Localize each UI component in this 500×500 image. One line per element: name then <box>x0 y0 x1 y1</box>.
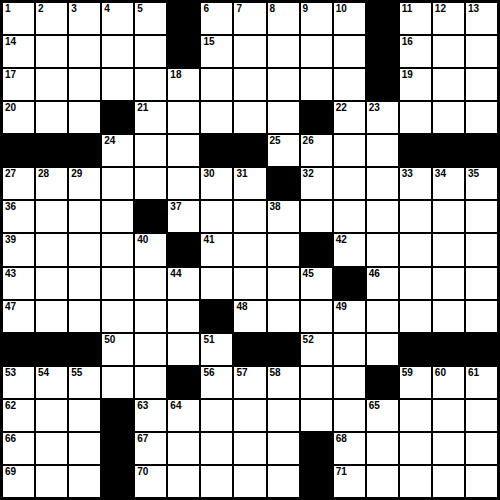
white-cell[interactable]: 6 <box>201 3 232 34</box>
white-cell[interactable] <box>135 334 166 365</box>
white-cell[interactable]: 65 <box>367 400 398 431</box>
white-cell[interactable] <box>433 301 464 332</box>
black-cell <box>168 367 199 398</box>
clue-number: 43 <box>5 268 16 280</box>
white-cell[interactable] <box>234 268 265 299</box>
clue-number: 12 <box>435 3 446 15</box>
white-cell[interactable]: 29 <box>69 168 100 199</box>
white-cell[interactable]: 4 <box>102 3 133 34</box>
black-cell <box>168 3 199 34</box>
crossword-puzzle: 1234567891011121314151617181920212223242… <box>0 0 500 500</box>
white-cell[interactable] <box>168 466 199 497</box>
black-cell <box>268 334 299 365</box>
clue-number: 51 <box>203 334 214 346</box>
white-cell[interactable]: 35 <box>466 168 497 199</box>
white-cell[interactable] <box>433 466 464 497</box>
white-cell[interactable] <box>367 466 398 497</box>
white-cell[interactable] <box>334 334 365 365</box>
white-cell[interactable] <box>102 201 133 232</box>
white-cell[interactable] <box>234 466 265 497</box>
white-cell[interactable] <box>334 135 365 166</box>
white-cell[interactable]: 32 <box>301 168 332 199</box>
white-cell[interactable]: 10 <box>334 3 365 34</box>
clue-number: 27 <box>5 168 16 180</box>
white-cell[interactable] <box>102 168 133 199</box>
white-cell[interactable]: 45 <box>301 268 332 299</box>
clue-number: 22 <box>336 102 347 114</box>
clue-number: 47 <box>5 301 16 313</box>
white-cell[interactable] <box>102 367 133 398</box>
black-cell <box>301 234 332 265</box>
white-cell[interactable] <box>301 69 332 100</box>
clue-number: 55 <box>71 367 82 379</box>
clue-number: 32 <box>303 168 314 180</box>
white-cell[interactable] <box>234 433 265 464</box>
white-cell[interactable]: 43 <box>3 268 34 299</box>
white-cell[interactable] <box>367 201 398 232</box>
white-cell[interactable] <box>433 69 464 100</box>
white-cell[interactable] <box>36 201 67 232</box>
clue-number: 53 <box>5 367 16 379</box>
white-cell[interactable] <box>234 102 265 133</box>
white-cell[interactable]: 60 <box>433 367 464 398</box>
white-cell[interactable]: 11 <box>400 3 431 34</box>
white-cell[interactable] <box>400 400 431 431</box>
white-cell[interactable]: 9 <box>301 3 332 34</box>
black-cell <box>3 135 34 166</box>
white-cell[interactable] <box>168 334 199 365</box>
black-cell <box>433 135 464 166</box>
white-cell[interactable] <box>36 69 67 100</box>
white-cell[interactable] <box>334 367 365 398</box>
white-cell[interactable]: 41 <box>201 234 232 265</box>
white-cell[interactable] <box>69 201 100 232</box>
white-cell[interactable] <box>466 301 497 332</box>
white-cell[interactable]: 19 <box>400 69 431 100</box>
white-cell[interactable] <box>168 135 199 166</box>
white-cell[interactable]: 30 <box>201 168 232 199</box>
clue-number: 18 <box>170 69 181 81</box>
white-cell[interactable]: 48 <box>234 301 265 332</box>
white-cell[interactable]: 3 <box>69 3 100 34</box>
white-cell[interactable] <box>268 466 299 497</box>
white-cell[interactable]: 16 <box>400 36 431 67</box>
white-cell[interactable] <box>168 433 199 464</box>
black-cell <box>400 135 431 166</box>
white-cell[interactable] <box>234 201 265 232</box>
white-cell[interactable]: 46 <box>367 268 398 299</box>
white-cell[interactable] <box>334 36 365 67</box>
white-cell[interactable] <box>268 268 299 299</box>
white-cell[interactable] <box>135 168 166 199</box>
white-cell[interactable]: 44 <box>168 268 199 299</box>
white-cell[interactable]: 51 <box>201 334 232 365</box>
white-cell[interactable]: 20 <box>3 102 34 133</box>
white-cell[interactable] <box>234 36 265 67</box>
clue-number: 70 <box>137 466 148 478</box>
white-cell[interactable] <box>268 69 299 100</box>
white-cell[interactable] <box>135 69 166 100</box>
white-cell[interactable] <box>334 69 365 100</box>
black-cell <box>234 135 265 166</box>
clue-number: 42 <box>336 234 347 246</box>
clue-number: 5 <box>137 3 143 15</box>
clue-number: 48 <box>236 301 247 313</box>
white-cell[interactable] <box>466 433 497 464</box>
white-cell[interactable] <box>466 268 497 299</box>
black-cell <box>102 102 133 133</box>
white-cell[interactable] <box>433 268 464 299</box>
white-cell[interactable] <box>102 234 133 265</box>
black-cell <box>433 334 464 365</box>
white-cell[interactable]: 17 <box>3 69 34 100</box>
white-cell[interactable]: 12 <box>433 3 464 34</box>
black-cell <box>3 334 34 365</box>
clue-number: 3 <box>71 3 77 15</box>
clue-number: 40 <box>137 234 148 246</box>
white-cell[interactable] <box>268 400 299 431</box>
clue-number: 28 <box>38 168 49 180</box>
white-cell[interactable] <box>334 400 365 431</box>
white-cell[interactable] <box>433 234 464 265</box>
clue-number: 7 <box>236 3 242 15</box>
clue-number: 54 <box>38 367 49 379</box>
white-cell[interactable]: 33 <box>400 168 431 199</box>
white-cell[interactable] <box>69 69 100 100</box>
black-cell <box>135 201 166 232</box>
white-cell[interactable] <box>201 69 232 100</box>
white-cell[interactable]: 25 <box>268 135 299 166</box>
black-cell <box>367 3 398 34</box>
clue-number: 30 <box>203 168 214 180</box>
black-cell <box>466 135 497 166</box>
white-cell[interactable] <box>36 400 67 431</box>
clue-number: 10 <box>336 3 347 15</box>
white-cell[interactable] <box>301 400 332 431</box>
white-cell[interactable] <box>69 268 100 299</box>
white-cell[interactable] <box>433 201 464 232</box>
white-cell[interactable] <box>466 69 497 100</box>
clue-number: 21 <box>137 102 148 114</box>
white-cell[interactable]: 61 <box>466 367 497 398</box>
white-cell[interactable] <box>268 36 299 67</box>
clue-number: 20 <box>5 102 16 114</box>
white-cell[interactable]: 63 <box>135 400 166 431</box>
white-cell[interactable]: 8 <box>268 3 299 34</box>
clue-number: 11 <box>402 3 413 15</box>
white-cell[interactable]: 23 <box>367 102 398 133</box>
clue-number: 26 <box>303 135 314 147</box>
white-cell[interactable] <box>466 234 497 265</box>
clue-number: 41 <box>203 234 214 246</box>
white-cell[interactable] <box>334 168 365 199</box>
white-cell[interactable] <box>466 102 497 133</box>
white-cell[interactable]: 50 <box>102 334 133 365</box>
white-cell[interactable] <box>433 102 464 133</box>
white-cell[interactable]: 15 <box>201 36 232 67</box>
white-cell[interactable]: 71 <box>334 466 365 497</box>
black-cell <box>102 466 133 497</box>
white-cell[interactable]: 55 <box>69 367 100 398</box>
white-cell[interactable] <box>234 400 265 431</box>
clue-number: 52 <box>303 334 314 346</box>
white-cell[interactable] <box>301 36 332 67</box>
black-cell <box>102 433 133 464</box>
white-cell[interactable]: 2 <box>36 3 67 34</box>
clue-number: 37 <box>170 201 181 213</box>
white-cell[interactable]: 21 <box>135 102 166 133</box>
white-cell[interactable] <box>466 466 497 497</box>
white-cell[interactable] <box>201 433 232 464</box>
white-cell[interactable] <box>135 301 166 332</box>
white-cell[interactable] <box>268 102 299 133</box>
clue-number: 61 <box>468 367 479 379</box>
white-cell[interactable]: 38 <box>268 201 299 232</box>
white-cell[interactable]: 26 <box>301 135 332 166</box>
white-cell[interactable] <box>168 102 199 133</box>
white-cell[interactable] <box>367 301 398 332</box>
white-cell[interactable]: 7 <box>234 3 265 34</box>
clue-number: 16 <box>402 36 413 48</box>
clue-number: 39 <box>5 234 16 246</box>
white-cell[interactable]: 56 <box>201 367 232 398</box>
white-cell[interactable] <box>36 433 67 464</box>
white-cell[interactable]: 36 <box>3 201 34 232</box>
white-cell[interactable] <box>268 234 299 265</box>
white-cell[interactable] <box>36 301 67 332</box>
clue-number: 66 <box>5 433 16 445</box>
clue-number: 13 <box>468 3 479 15</box>
clue-number: 31 <box>236 168 247 180</box>
white-cell[interactable] <box>433 36 464 67</box>
clue-number: 69 <box>5 466 16 478</box>
white-cell[interactable] <box>234 69 265 100</box>
white-cell[interactable]: 18 <box>168 69 199 100</box>
white-cell[interactable] <box>466 400 497 431</box>
white-cell[interactable] <box>36 234 67 265</box>
white-cell[interactable] <box>234 234 265 265</box>
white-cell[interactable] <box>367 433 398 464</box>
white-cell[interactable] <box>201 400 232 431</box>
clue-number: 56 <box>203 367 214 379</box>
black-cell <box>367 367 398 398</box>
black-cell <box>301 466 332 497</box>
white-cell[interactable] <box>201 466 232 497</box>
white-cell[interactable]: 69 <box>3 466 34 497</box>
white-cell[interactable] <box>36 268 67 299</box>
clue-number: 17 <box>5 69 16 81</box>
white-cell[interactable] <box>433 433 464 464</box>
white-cell[interactable] <box>433 400 464 431</box>
clue-number: 6 <box>203 3 209 15</box>
white-cell[interactable]: 57 <box>234 367 265 398</box>
white-cell[interactable] <box>268 301 299 332</box>
white-cell[interactable]: 59 <box>400 367 431 398</box>
clue-number: 67 <box>137 433 148 445</box>
clue-number: 38 <box>270 201 281 213</box>
white-cell[interactable] <box>201 201 232 232</box>
black-cell <box>168 234 199 265</box>
white-cell[interactable] <box>36 36 67 67</box>
white-cell[interactable] <box>135 367 166 398</box>
white-cell[interactable] <box>102 69 133 100</box>
white-cell[interactable] <box>367 334 398 365</box>
white-cell[interactable] <box>168 301 199 332</box>
clue-number: 2 <box>38 3 44 15</box>
clue-number: 14 <box>5 36 16 48</box>
clue-number: 62 <box>5 400 16 412</box>
black-cell <box>201 135 232 166</box>
white-cell[interactable]: 31 <box>234 168 265 199</box>
white-cell[interactable] <box>36 102 67 133</box>
white-cell[interactable]: 13 <box>466 3 497 34</box>
clue-number: 46 <box>369 268 380 280</box>
white-cell[interactable] <box>135 135 166 166</box>
white-cell[interactable] <box>36 466 67 497</box>
clue-number: 15 <box>203 36 214 48</box>
white-cell[interactable] <box>135 268 166 299</box>
white-cell[interactable] <box>400 102 431 133</box>
white-cell[interactable]: 47 <box>3 301 34 332</box>
black-cell <box>367 69 398 100</box>
clue-number: 50 <box>104 334 115 346</box>
clue-number: 25 <box>270 135 281 147</box>
white-cell[interactable] <box>301 301 332 332</box>
clue-number: 64 <box>170 400 181 412</box>
black-cell <box>36 334 67 365</box>
white-cell[interactable] <box>400 201 431 232</box>
clue-number: 36 <box>5 201 16 213</box>
clue-number: 35 <box>468 168 479 180</box>
white-cell[interactable] <box>367 135 398 166</box>
clue-number: 44 <box>170 268 181 280</box>
white-cell[interactable] <box>301 201 332 232</box>
white-cell[interactable] <box>135 36 166 67</box>
white-cell[interactable]: 49 <box>334 301 365 332</box>
clue-number: 65 <box>369 400 380 412</box>
white-cell[interactable] <box>367 234 398 265</box>
black-cell <box>301 102 332 133</box>
black-cell <box>466 334 497 365</box>
white-cell[interactable]: 14 <box>3 36 34 67</box>
crossword-grid: 1234567891011121314151617181920212223242… <box>0 0 500 500</box>
black-cell <box>201 301 232 332</box>
clue-number: 29 <box>71 168 82 180</box>
white-cell[interactable]: 52 <box>301 334 332 365</box>
clue-number: 60 <box>435 367 446 379</box>
clue-number: 24 <box>104 135 115 147</box>
white-cell[interactable]: 28 <box>36 168 67 199</box>
white-cell[interactable] <box>201 268 232 299</box>
white-cell[interactable] <box>367 168 398 199</box>
white-cell[interactable] <box>102 268 133 299</box>
white-cell[interactable] <box>69 102 100 133</box>
white-cell[interactable]: 67 <box>135 433 166 464</box>
black-cell <box>168 36 199 67</box>
black-cell <box>69 135 100 166</box>
clue-number: 19 <box>402 69 413 81</box>
white-cell[interactable] <box>400 234 431 265</box>
white-cell[interactable] <box>69 433 100 464</box>
white-cell[interactable]: 37 <box>168 201 199 232</box>
white-cell[interactable] <box>400 301 431 332</box>
black-cell <box>367 36 398 67</box>
clue-number: 57 <box>236 367 247 379</box>
white-cell[interactable]: 27 <box>3 168 34 199</box>
clue-number: 63 <box>137 400 148 412</box>
white-cell[interactable] <box>400 466 431 497</box>
black-cell <box>400 334 431 365</box>
white-cell[interactable]: 58 <box>268 367 299 398</box>
white-cell[interactable]: 5 <box>135 3 166 34</box>
black-cell <box>334 268 365 299</box>
black-cell <box>36 135 67 166</box>
clue-number: 4 <box>104 3 110 15</box>
white-cell[interactable]: 34 <box>433 168 464 199</box>
white-cell[interactable]: 53 <box>3 367 34 398</box>
white-cell[interactable]: 1 <box>3 3 34 34</box>
white-cell[interactable] <box>201 102 232 133</box>
white-cell[interactable]: 64 <box>168 400 199 431</box>
black-cell <box>234 334 265 365</box>
white-cell[interactable]: 54 <box>36 367 67 398</box>
white-cell[interactable]: 66 <box>3 433 34 464</box>
clue-number: 58 <box>270 367 281 379</box>
black-cell <box>102 400 133 431</box>
white-cell[interactable] <box>168 168 199 199</box>
clue-number: 59 <box>402 367 413 379</box>
white-cell[interactable] <box>400 268 431 299</box>
clue-number: 1 <box>5 3 11 15</box>
white-cell[interactable] <box>400 433 431 464</box>
white-cell[interactable] <box>466 36 497 67</box>
clue-number: 33 <box>402 168 413 180</box>
white-cell[interactable]: 40 <box>135 234 166 265</box>
white-cell[interactable]: 70 <box>135 466 166 497</box>
clue-number: 71 <box>336 466 347 478</box>
white-cell[interactable]: 39 <box>3 234 34 265</box>
white-cell[interactable] <box>301 367 332 398</box>
white-cell[interactable]: 42 <box>334 234 365 265</box>
black-cell <box>268 168 299 199</box>
clue-number: 8 <box>270 3 276 15</box>
white-cell[interactable] <box>69 234 100 265</box>
white-cell[interactable]: 22 <box>334 102 365 133</box>
white-cell[interactable] <box>102 301 133 332</box>
clue-number: 9 <box>303 3 309 15</box>
white-cell[interactable]: 24 <box>102 135 133 166</box>
black-cell <box>301 433 332 464</box>
clue-number: 45 <box>303 268 314 280</box>
white-cell[interactable] <box>102 36 133 67</box>
white-cell[interactable] <box>268 433 299 464</box>
white-cell[interactable] <box>69 466 100 497</box>
white-cell[interactable] <box>69 400 100 431</box>
white-cell[interactable] <box>466 201 497 232</box>
white-cell[interactable] <box>69 301 100 332</box>
clue-number: 49 <box>336 301 347 313</box>
black-cell <box>69 334 100 365</box>
white-cell[interactable]: 62 <box>3 400 34 431</box>
white-cell[interactable] <box>334 201 365 232</box>
clue-number: 34 <box>435 168 446 180</box>
clue-number: 68 <box>336 433 347 445</box>
white-cell[interactable] <box>69 36 100 67</box>
clue-number: 23 <box>369 102 380 114</box>
white-cell[interactable]: 68 <box>334 433 365 464</box>
